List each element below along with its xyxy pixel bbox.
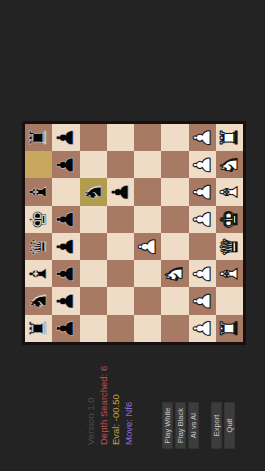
square-g7[interactable]: ♟ [52,151,79,178]
chess-board: ♜♞♝♛♚♝♜♟♟♟♟♟♟♟♞♟♟♞♟♟♟♟♟♟♟♜♝♛♚♝♞♜ [22,121,246,345]
square-d4[interactable]: ♟ [134,233,161,260]
export-button[interactable]: Export [211,402,222,449]
piece-black-bishop: ♝ [25,182,52,203]
square-c2[interactable]: ♟ [189,260,216,287]
square-e7[interactable]: ♟ [52,206,79,233]
square-e3[interactable] [161,206,188,233]
square-b3[interactable] [161,288,188,315]
square-d6[interactable] [80,233,107,260]
chess-app-rotated-landscape: Version 1.0 Depth Searched: 6 Eval: -00.… [0,0,265,471]
square-e6[interactable] [80,206,107,233]
square-e2[interactable]: ♟ [189,206,216,233]
piece-black-rook: ♜ [25,127,52,148]
square-f4[interactable] [134,179,161,206]
square-d1[interactable]: ♛ [216,233,243,260]
square-b5[interactable] [107,288,134,315]
piece-black-pawn: ♟ [52,291,79,312]
piece-white-pawn: ♟ [189,182,216,203]
mode-buttons: Play White Play Black AI vs AI [162,402,199,449]
depth-searched-label: Depth Searched: 6 [98,335,111,445]
square-c1[interactable]: ♝ [216,260,243,287]
square-a3[interactable] [161,315,188,342]
quit-button[interactable]: Quit [224,402,235,449]
eval-label: Eval: -00.50 [110,335,123,445]
piece-black-queen: ♛ [25,236,52,257]
piece-black-pawn: ♟ [52,127,79,148]
square-f1[interactable]: ♝ [216,179,243,206]
piece-black-pawn: ♟ [52,264,79,285]
piece-white-bishop: ♝ [216,264,243,285]
square-g8[interactable] [25,151,52,178]
piece-black-pawn: ♟ [52,155,79,176]
square-h5[interactable] [107,124,134,151]
piece-white-pawn: ♟ [189,291,216,312]
game-buttons: Export Quit [211,402,235,449]
square-b4[interactable] [134,288,161,315]
square-f7[interactable] [52,179,79,206]
piece-white-pawn: ♟ [189,209,216,230]
square-a7[interactable]: ♟ [52,315,79,342]
engine-info-panel: Version 1.0 Depth Searched: 6 Eval: -00.… [85,335,135,445]
square-h8[interactable]: ♜ [25,124,52,151]
piece-white-pawn: ♟ [189,127,216,148]
play-white-button[interactable]: Play White [162,402,173,449]
square-a4[interactable] [134,315,161,342]
square-d3[interactable] [161,233,188,260]
square-h4[interactable] [134,124,161,151]
square-a5[interactable] [107,315,134,342]
square-h7[interactable]: ♟ [52,124,79,151]
piece-black-knight: ♞ [80,182,107,203]
square-h2[interactable]: ♟ [189,124,216,151]
piece-white-knight: ♞ [216,155,243,176]
piece-black-pawn: ♟ [52,209,79,230]
square-d2[interactable] [189,233,216,260]
square-d8[interactable]: ♛ [25,233,52,260]
square-f2[interactable]: ♟ [189,179,216,206]
piece-black-rook: ♜ [25,318,52,339]
square-a2[interactable]: ♟ [189,315,216,342]
square-c7[interactable]: ♟ [52,260,79,287]
square-e4[interactable] [134,206,161,233]
square-f3[interactable] [161,179,188,206]
square-f6[interactable]: ♞ [80,179,107,206]
phone-screen: Version 1.0 Depth Searched: 6 Eval: -00.… [0,0,265,471]
piece-black-pawn: ♟ [52,318,79,339]
square-d5[interactable] [107,233,134,260]
square-g5[interactable] [107,151,134,178]
piece-black-pawn: ♟ [52,236,79,257]
piece-white-rook: ♜ [216,127,243,148]
square-b6[interactable] [80,288,107,315]
piece-black-knight: ♞ [25,291,52,312]
last-move-label: Move: Nf6 [123,335,136,445]
square-c5[interactable] [107,260,134,287]
square-g4[interactable] [134,151,161,178]
piece-white-bishop: ♝ [216,182,243,203]
square-c3[interactable]: ♞ [161,260,188,287]
square-a1[interactable]: ♜ [216,315,243,342]
square-h1[interactable]: ♜ [216,124,243,151]
square-h3[interactable] [161,124,188,151]
piece-white-pawn: ♟ [189,155,216,176]
square-h6[interactable] [80,124,107,151]
piece-white-rook: ♜ [216,318,243,339]
square-b1[interactable] [216,288,243,315]
square-g6[interactable] [80,151,107,178]
play-black-button[interactable]: Play Black [175,402,186,449]
square-f8[interactable]: ♝ [25,179,52,206]
piece-white-queen: ♛ [216,236,243,257]
square-a8[interactable]: ♜ [25,315,52,342]
square-g2[interactable]: ♟ [189,151,216,178]
square-g1[interactable]: ♞ [216,151,243,178]
square-e1[interactable]: ♚ [216,206,243,233]
piece-white-pawn: ♟ [189,318,216,339]
piece-black-pawn: ♟ [107,182,134,203]
piece-white-pawn: ♟ [189,264,216,285]
square-b8[interactable]: ♞ [25,288,52,315]
square-d7[interactable]: ♟ [52,233,79,260]
piece-white-knight: ♞ [161,264,188,285]
piece-white-pawn: ♟ [134,236,161,257]
ai-vs-ai-button[interactable]: AI vs AI [188,402,199,449]
square-c8[interactable]: ♝ [25,260,52,287]
piece-black-bishop: ♝ [25,264,52,285]
version-label: Version 1.0 [85,335,98,445]
square-e5[interactable] [107,206,134,233]
square-b7[interactable]: ♟ [52,288,79,315]
piece-black-king: ♚ [25,209,52,230]
square-e8[interactable]: ♚ [25,206,52,233]
square-c6[interactable] [80,260,107,287]
square-c4[interactable] [134,260,161,287]
square-g3[interactable] [161,151,188,178]
square-b2[interactable]: ♟ [189,288,216,315]
square-a6[interactable] [80,315,107,342]
square-f5[interactable]: ♟ [107,179,134,206]
piece-white-king: ♚ [216,209,243,230]
